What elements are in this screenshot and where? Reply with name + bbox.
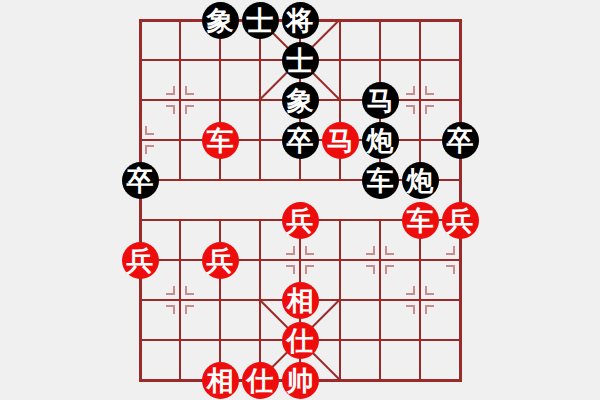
grid-line-file <box>379 219 381 381</box>
black-elephant[interactable]: 象 <box>202 2 239 39</box>
black-soldier[interactable]: 卒 <box>282 122 319 159</box>
star-point-marker <box>446 246 455 255</box>
red-chariot[interactable]: 车 <box>402 202 439 239</box>
star-point-marker <box>385 246 394 255</box>
star-point-marker <box>166 105 175 114</box>
black-soldier[interactable]: 卒 <box>122 162 159 199</box>
star-point-marker <box>145 126 154 135</box>
red-soldier[interactable]: 兵 <box>202 242 239 279</box>
star-point-marker <box>446 265 455 274</box>
black-horse[interactable]: 马 <box>362 82 399 119</box>
grid-line-file <box>419 19 421 181</box>
red-chariot[interactable]: 车 <box>202 122 239 159</box>
grid-line-file <box>179 19 181 181</box>
red-soldier[interactable]: 兵 <box>442 202 479 239</box>
star-point-marker <box>366 265 375 274</box>
black-chariot[interactable]: 车 <box>362 162 399 199</box>
star-point-marker <box>185 105 194 114</box>
star-point-marker <box>145 145 154 154</box>
grid-line-file <box>179 219 181 381</box>
black-elephant[interactable]: 象 <box>282 82 319 119</box>
star-point-marker <box>185 86 194 95</box>
black-advisor[interactable]: 士 <box>242 2 279 39</box>
red-elephant[interactable]: 相 <box>202 362 239 399</box>
red-advisor[interactable]: 仕 <box>242 362 279 399</box>
star-point-marker <box>425 105 434 114</box>
black-cannon[interactable]: 炮 <box>362 122 399 159</box>
star-point-marker <box>406 86 415 95</box>
red-horse[interactable]: 马 <box>322 122 359 159</box>
grid-line-file <box>419 219 421 381</box>
red-general[interactable]: 帅 <box>282 362 319 399</box>
star-point-marker <box>406 305 415 314</box>
star-point-marker <box>305 246 314 255</box>
star-point-marker <box>406 286 415 295</box>
star-point-marker <box>385 265 394 274</box>
red-advisor[interactable]: 仕 <box>282 322 319 359</box>
star-point-marker <box>425 286 434 295</box>
black-general[interactable]: 将 <box>282 2 319 39</box>
grid-line-file <box>139 19 142 382</box>
star-point-marker <box>286 265 295 274</box>
star-point-marker <box>286 246 295 255</box>
star-point-marker <box>366 246 375 255</box>
star-point-marker <box>305 265 314 274</box>
xiangqi-board: 象士将士象马车卒马炮卒卒车炮兵车兵兵兵相仕相仕帅 <box>0 0 600 400</box>
star-point-marker <box>425 305 434 314</box>
black-soldier[interactable]: 卒 <box>442 122 479 159</box>
black-cannon[interactable]: 炮 <box>402 162 439 199</box>
red-soldier[interactable]: 兵 <box>282 202 319 239</box>
red-elephant[interactable]: 相 <box>282 282 319 319</box>
star-point-marker <box>425 86 434 95</box>
star-point-marker <box>166 286 175 295</box>
star-point-marker <box>166 305 175 314</box>
red-soldier[interactable]: 兵 <box>122 242 159 279</box>
star-point-marker <box>185 305 194 314</box>
grid-line-file <box>459 19 462 382</box>
black-advisor[interactable]: 士 <box>282 42 319 79</box>
star-point-marker <box>406 105 415 114</box>
star-point-marker <box>166 86 175 95</box>
star-point-marker <box>185 286 194 295</box>
